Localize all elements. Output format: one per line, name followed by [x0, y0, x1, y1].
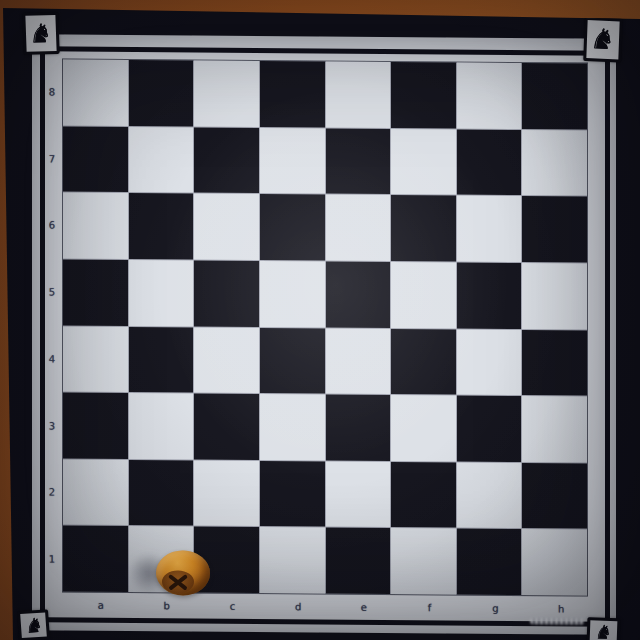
rank-label-8: 8 [42, 58, 62, 125]
square-d8[interactable] [260, 61, 325, 127]
square-a4[interactable] [63, 326, 128, 392]
square-f7[interactable] [391, 129, 456, 195]
knight-icon: ♞ [590, 25, 616, 54]
square-d7[interactable] [260, 128, 325, 194]
square-g1[interactable] [457, 529, 522, 595]
square-d1[interactable] [260, 527, 325, 593]
square-d4[interactable] [260, 328, 325, 394]
file-label-e: e [325, 595, 391, 620]
file-label-a: a [62, 592, 128, 617]
knight-icon: ♞ [29, 20, 53, 47]
square-b3[interactable] [129, 393, 194, 459]
square-b6[interactable] [129, 193, 194, 259]
corner-marker-bottom-right: ♞ [587, 617, 621, 640]
square-e1[interactable] [326, 528, 391, 594]
square-h8[interactable] [522, 63, 587, 129]
square-g2[interactable] [457, 462, 522, 528]
square-c8[interactable] [194, 61, 259, 127]
square-g6[interactable] [457, 196, 522, 262]
square-c7[interactable] [194, 127, 259, 193]
square-c4[interactable] [194, 327, 259, 393]
square-e7[interactable] [326, 128, 391, 194]
rank-label-5: 5 [42, 259, 62, 326]
file-label-d: d [259, 594, 325, 619]
knight-icon: ♞ [595, 622, 613, 640]
square-d5[interactable] [260, 261, 325, 327]
chess-board [62, 58, 588, 596]
rank-label-2: 2 [42, 459, 62, 526]
square-h6[interactable] [522, 196, 587, 262]
square-a5[interactable] [63, 259, 128, 325]
chessboard-mat: 87654321 abcdefgh ♞ ♞ ♞ ♞ [0, 0, 640, 640]
square-h1[interactable] [522, 529, 587, 595]
rank-label-1: 1 [42, 526, 62, 593]
file-label-h: h [522, 596, 588, 621]
square-h3[interactable] [522, 396, 587, 462]
square-e4[interactable] [326, 328, 391, 394]
square-g8[interactable] [457, 63, 522, 129]
square-e3[interactable] [326, 395, 391, 461]
white-king[interactable] [156, 550, 210, 595]
square-h5[interactable] [522, 263, 587, 329]
corner-marker-bottom-left: ♞ [17, 609, 50, 640]
square-f2[interactable] [391, 462, 456, 528]
file-label-c: c [194, 594, 260, 619]
square-d6[interactable] [260, 194, 325, 260]
square-d3[interactable] [260, 394, 325, 460]
square-f8[interactable] [391, 62, 456, 128]
file-label-f: f [391, 595, 457, 620]
rank-label-3: 3 [42, 392, 62, 459]
square-a6[interactable] [63, 193, 128, 259]
cross-finial-icon [165, 572, 191, 592]
square-c3[interactable] [194, 394, 259, 460]
square-h7[interactable] [522, 130, 587, 196]
square-f5[interactable] [391, 262, 456, 328]
square-h2[interactable] [522, 463, 587, 529]
square-f6[interactable] [391, 195, 456, 261]
square-f4[interactable] [391, 329, 456, 395]
rank-label-6: 6 [42, 192, 62, 259]
square-a7[interactable] [63, 126, 128, 192]
square-a2[interactable] [63, 459, 128, 525]
square-g7[interactable] [457, 129, 522, 195]
knight-icon: ♞ [24, 615, 43, 636]
square-c5[interactable] [194, 260, 259, 326]
square-c2[interactable] [194, 460, 259, 526]
rank-label-4: 4 [42, 325, 62, 392]
photo-chessboard-overhead: 87654321 abcdefgh ♞ ♞ ♞ ♞ [0, 0, 640, 640]
square-g4[interactable] [457, 329, 522, 395]
square-e8[interactable] [326, 62, 391, 128]
square-c6[interactable] [194, 194, 259, 260]
square-g3[interactable] [457, 396, 522, 462]
square-b7[interactable] [129, 127, 194, 193]
square-f1[interactable] [391, 528, 456, 594]
square-e6[interactable] [326, 195, 391, 261]
rank-label-7: 7 [42, 125, 62, 192]
fine-print-blur [530, 618, 584, 624]
square-g5[interactable] [457, 262, 522, 328]
square-a3[interactable] [63, 393, 128, 459]
mat-inner: 87654321 abcdefgh ♞ ♞ ♞ ♞ [0, 0, 640, 640]
file-label-g: g [457, 596, 523, 621]
file-label-b: b [128, 593, 194, 618]
square-f3[interactable] [391, 395, 456, 461]
corner-marker-top-right: ♞ [583, 17, 623, 63]
square-e5[interactable] [326, 261, 391, 327]
square-b4[interactable] [129, 327, 194, 393]
square-a8[interactable] [63, 59, 128, 125]
square-b8[interactable] [129, 60, 194, 126]
square-h4[interactable] [522, 330, 587, 396]
file-labels: abcdefgh [62, 592, 588, 620]
rank-labels: 87654321 [42, 58, 62, 592]
square-e2[interactable] [326, 461, 391, 527]
square-d2[interactable] [260, 461, 325, 527]
square-b5[interactable] [129, 260, 194, 326]
corner-marker-top-left: ♞ [22, 12, 59, 55]
square-b2[interactable] [129, 460, 194, 526]
square-a1[interactable] [63, 526, 128, 592]
